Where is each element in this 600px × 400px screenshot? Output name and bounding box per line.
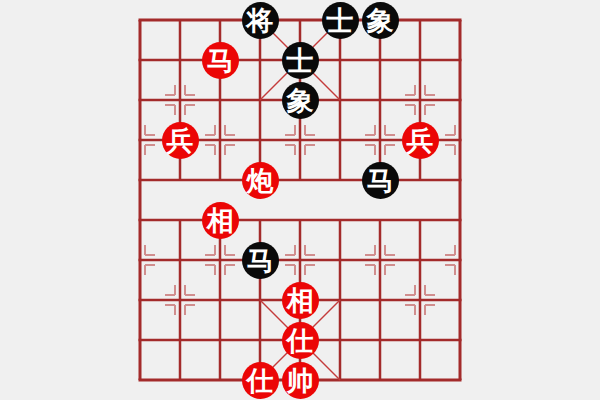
piece-red-soldier[interactable]: 兵 [402,122,439,159]
piece-black-elephant[interactable]: 象 [282,82,319,119]
piece-black-elephant[interactable]: 象 [362,2,399,39]
piece-red-elephant[interactable]: 相 [282,282,319,319]
piece-red-advisor[interactable]: 仕 [242,362,279,399]
piece-grid: 将士象士象马马马兵兵炮相相仕仕帅 [120,0,480,400]
piece-black-horse[interactable]: 马 [362,162,399,199]
piece-red-horse[interactable]: 马 [202,42,239,79]
piece-red-cannon[interactable]: 炮 [242,162,279,199]
piece-black-general[interactable]: 将 [242,2,279,39]
piece-red-king[interactable]: 帅 [282,362,319,399]
piece-red-advisor[interactable]: 仕 [282,322,319,359]
piece-black-advisor[interactable]: 士 [282,42,319,79]
piece-black-horse[interactable]: 马 [242,242,279,279]
piece-red-elephant[interactable]: 相 [202,202,239,239]
piece-red-soldier[interactable]: 兵 [162,122,199,159]
piece-black-advisor[interactable]: 士 [322,2,359,39]
xiangqi-board: 将士象士象马马马兵兵炮相相仕仕帅 [0,0,600,400]
